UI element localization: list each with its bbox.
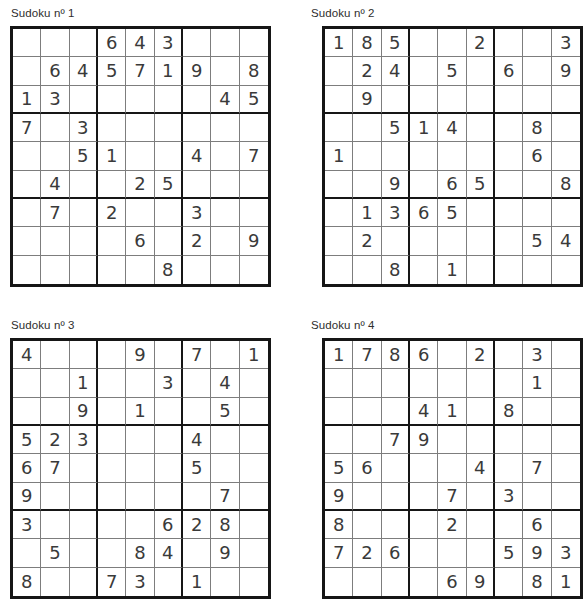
cell-r2c8[interactable] <box>211 57 239 85</box>
cell-r3c9[interactable] <box>240 398 268 426</box>
cell-r9c7[interactable] <box>495 568 523 596</box>
cell-r9c7[interactable] <box>495 256 523 284</box>
cell-r7c3: 3 <box>382 199 410 227</box>
cell-r4c2: 2 <box>41 426 69 454</box>
cell-r9c1: 8 <box>13 568 41 596</box>
cell-r6c3[interactable] <box>382 483 410 511</box>
cell-r5c8[interactable] <box>211 454 239 482</box>
cell-r6c8[interactable] <box>523 483 551 511</box>
puzzle-3: Sudoku nº 3 4971134915523467597362858498… <box>10 318 284 599</box>
cell-r7c2[interactable] <box>41 511 69 539</box>
cell-r3c7[interactable] <box>495 86 523 114</box>
cell-r5c6: 4 <box>467 454 495 482</box>
cell-r8c6: 4 <box>155 539 183 567</box>
cell-r2c5[interactable] <box>438 369 466 397</box>
cell-r3c5[interactable] <box>126 86 154 114</box>
cell-r8c6[interactable] <box>467 539 495 567</box>
cell-r6c9[interactable] <box>240 483 268 511</box>
cell-r9c8[interactable] <box>211 256 239 284</box>
cell-r2c4[interactable] <box>98 369 126 397</box>
cell-r4c5[interactable] <box>126 426 154 454</box>
cell-r2c3: 4 <box>70 57 98 85</box>
cell-r6c6: 5 <box>467 171 495 199</box>
cell-r9c5[interactable] <box>126 256 154 284</box>
cell-r1c1: 1 <box>325 29 353 57</box>
cell-r6c2[interactable] <box>353 171 381 199</box>
cell-r4c1: 7 <box>13 114 41 142</box>
cell-r2c5: 7 <box>126 57 154 85</box>
cell-r2c3[interactable] <box>382 369 410 397</box>
cell-r7c1[interactable] <box>13 199 41 227</box>
cell-r8c3[interactable] <box>70 227 98 255</box>
cell-r3c9: 5 <box>240 86 268 114</box>
cell-r5c4[interactable] <box>410 454 438 482</box>
cell-r6c4[interactable] <box>98 171 126 199</box>
cell-r2c8[interactable] <box>523 57 551 85</box>
cell-r8c8[interactable] <box>211 227 239 255</box>
cell-r2c2: 2 <box>353 57 381 85</box>
cell-r1c4: 6 <box>410 341 438 369</box>
cell-r2c2[interactable] <box>41 369 69 397</box>
cell-r6c6[interactable] <box>155 483 183 511</box>
cell-r7c3[interactable] <box>70 199 98 227</box>
cell-r1c2[interactable] <box>41 341 69 369</box>
cell-r5c5[interactable] <box>126 142 154 170</box>
cell-r5c1[interactable] <box>13 142 41 170</box>
cell-r6c3[interactable] <box>70 483 98 511</box>
cell-r9c2[interactable] <box>41 568 69 596</box>
cell-r9c9: 1 <box>552 568 580 596</box>
cell-r2c6[interactable] <box>467 57 495 85</box>
cell-r6c7[interactable] <box>495 171 523 199</box>
cell-r3c1[interactable] <box>13 398 41 426</box>
cell-r8c8: 9 <box>523 539 551 567</box>
cell-r6c5: 2 <box>126 171 154 199</box>
cell-r5c6[interactable] <box>155 142 183 170</box>
cell-r4c4: 9 <box>410 426 438 454</box>
cell-r7c6: 6 <box>155 511 183 539</box>
cell-r8c6[interactable] <box>155 227 183 255</box>
cell-r9c4: 7 <box>98 568 126 596</box>
cell-r7c7: 3 <box>183 199 211 227</box>
cell-r4c6[interactable] <box>467 114 495 142</box>
cell-r1c9[interactable] <box>552 341 580 369</box>
cell-r1c7: 7 <box>183 341 211 369</box>
cell-r3c7[interactable] <box>183 398 211 426</box>
cell-r7c6[interactable] <box>467 199 495 227</box>
cell-r8c4[interactable] <box>410 227 438 255</box>
cell-r2c6[interactable] <box>467 369 495 397</box>
cell-r6c1[interactable] <box>13 171 41 199</box>
cell-r4c2[interactable] <box>353 426 381 454</box>
cell-r7c4: 2 <box>98 199 126 227</box>
cell-r3c3[interactable] <box>382 398 410 426</box>
cell-r9c8[interactable] <box>211 568 239 596</box>
cell-r6c7: 3 <box>495 483 523 511</box>
cell-r4c6[interactable] <box>155 426 183 454</box>
cell-r7c8: 8 <box>211 511 239 539</box>
cell-r9c6[interactable] <box>155 568 183 596</box>
cell-r5c8: 7 <box>523 454 551 482</box>
cell-r8c2[interactable] <box>41 227 69 255</box>
cell-r4c7[interactable] <box>495 114 523 142</box>
cell-r3c3: 9 <box>70 398 98 426</box>
cell-r4c3: 7 <box>382 426 410 454</box>
cell-r4c8[interactable] <box>211 426 239 454</box>
cell-r9c2[interactable] <box>353 568 381 596</box>
cell-r1c6: 3 <box>155 29 183 57</box>
cell-r6c4[interactable] <box>410 483 438 511</box>
cell-r1c3[interactable] <box>70 29 98 57</box>
cell-r3c2[interactable] <box>41 398 69 426</box>
cell-r4c8[interactable] <box>211 114 239 142</box>
cell-r6c2[interactable] <box>41 483 69 511</box>
cell-r6c2[interactable] <box>353 483 381 511</box>
cell-r1c9: 1 <box>240 341 268 369</box>
cell-r1c6: 2 <box>467 29 495 57</box>
cell-r5c3[interactable] <box>70 454 98 482</box>
cell-r2c1[interactable] <box>13 57 41 85</box>
cell-r7c6[interactable] <box>467 511 495 539</box>
cell-r2c4[interactable] <box>410 369 438 397</box>
cell-r5c9[interactable] <box>552 454 580 482</box>
cell-r2c5: 5 <box>438 57 466 85</box>
cell-r8c9: 9 <box>240 227 268 255</box>
cell-r1c5[interactable] <box>438 29 466 57</box>
cell-r3c5[interactable] <box>438 86 466 114</box>
cell-r9c5: 3 <box>126 568 154 596</box>
cell-r3c7: 8 <box>495 398 523 426</box>
cell-r1c7[interactable] <box>495 29 523 57</box>
cell-r9c1[interactable] <box>325 568 353 596</box>
cell-r3c8: 5 <box>211 398 239 426</box>
cell-r1c1: 1 <box>325 341 353 369</box>
cell-r7c9[interactable] <box>240 511 268 539</box>
cell-r2c3: 1 <box>70 369 98 397</box>
cell-r2c6: 3 <box>155 369 183 397</box>
cell-r4c2[interactable] <box>41 114 69 142</box>
cell-r1c5: 4 <box>126 29 154 57</box>
cell-r8c7: 2 <box>183 227 211 255</box>
cell-r9c2[interactable] <box>353 256 381 284</box>
cell-r2c9: 9 <box>552 57 580 85</box>
cell-r5c6[interactable] <box>467 142 495 170</box>
cell-r6c3: 9 <box>382 171 410 199</box>
cell-r9c4[interactable] <box>410 568 438 596</box>
cell-r3c1: 1 <box>13 86 41 114</box>
cell-r6c4[interactable] <box>98 483 126 511</box>
cell-r5c8: 6 <box>523 142 551 170</box>
cell-r5c3[interactable] <box>382 454 410 482</box>
cell-r7c7: 2 <box>183 511 211 539</box>
cell-r9c9[interactable] <box>552 256 580 284</box>
cell-r8c9: 4 <box>552 227 580 255</box>
cell-r2c9[interactable] <box>552 369 580 397</box>
cell-r7c2[interactable] <box>353 511 381 539</box>
cell-r7c5: 2 <box>438 511 466 539</box>
cell-r6c8[interactable] <box>523 171 551 199</box>
cell-r5c2: 6 <box>353 454 381 482</box>
cell-r3c3[interactable] <box>382 86 410 114</box>
cell-r9c9[interactable] <box>240 256 268 284</box>
cell-r7c2: 7 <box>41 199 69 227</box>
cell-r4c8: 8 <box>523 114 551 142</box>
cell-r4c2[interactable] <box>353 114 381 142</box>
cell-r4c3: 5 <box>382 114 410 142</box>
cell-r1c4: 6 <box>98 29 126 57</box>
cell-r1c8[interactable] <box>523 29 551 57</box>
cell-r7c1[interactable] <box>325 199 353 227</box>
cell-r1c7[interactable] <box>183 29 211 57</box>
cell-r6c5: 7 <box>438 483 466 511</box>
cell-r3c4[interactable] <box>410 86 438 114</box>
cell-r1c1: 4 <box>13 341 41 369</box>
cell-r3c6[interactable] <box>467 86 495 114</box>
cell-r5c6[interactable] <box>155 454 183 482</box>
cell-r4c7: 4 <box>183 426 211 454</box>
cell-r8c5[interactable] <box>438 227 466 255</box>
cell-r4c4[interactable] <box>98 114 126 142</box>
cell-r8c8: 9 <box>211 539 239 567</box>
cell-r5c5[interactable] <box>438 142 466 170</box>
cell-r8c1[interactable] <box>13 227 41 255</box>
cell-r4c5: 4 <box>438 114 466 142</box>
cell-r3c8[interactable] <box>523 86 551 114</box>
cell-r2c9: 8 <box>240 57 268 85</box>
cell-r8c3[interactable] <box>382 227 410 255</box>
cell-r4c9[interactable] <box>552 426 580 454</box>
cell-r4c5[interactable] <box>126 114 154 142</box>
cell-r4c6[interactable] <box>467 426 495 454</box>
cell-r8c2: 5 <box>41 539 69 567</box>
puzzle-3-title: Sudoku nº 3 <box>11 318 284 332</box>
cell-r8c1: 7 <box>325 539 353 567</box>
cell-r8c3[interactable] <box>70 539 98 567</box>
cell-r4c4[interactable] <box>98 426 126 454</box>
cell-r6c5: 6 <box>438 171 466 199</box>
cell-r9c4[interactable] <box>410 256 438 284</box>
cell-r6c6[interactable] <box>467 483 495 511</box>
cell-r4c3: 3 <box>70 426 98 454</box>
cell-r4c5[interactable] <box>438 426 466 454</box>
cell-r7c4: 6 <box>410 199 438 227</box>
cell-r9c1[interactable] <box>13 256 41 284</box>
cell-r3c6[interactable] <box>155 86 183 114</box>
cell-r2c4[interactable] <box>410 57 438 85</box>
cell-r1c1[interactable] <box>13 29 41 57</box>
cell-r5c9[interactable] <box>552 142 580 170</box>
cell-r3c4[interactable] <box>98 86 126 114</box>
cell-r3c5: 1 <box>438 398 466 426</box>
cell-r9c1[interactable] <box>325 256 353 284</box>
cell-r9c4[interactable] <box>98 256 126 284</box>
cell-r8c4[interactable] <box>98 227 126 255</box>
cell-r4c6[interactable] <box>155 114 183 142</box>
cell-r9c8[interactable] <box>523 256 551 284</box>
cell-r7c3[interactable] <box>382 511 410 539</box>
cell-r1c8[interactable] <box>211 341 239 369</box>
cell-r8c1[interactable] <box>325 227 353 255</box>
cell-r5c7: 5 <box>183 454 211 482</box>
cell-r7c5[interactable] <box>126 199 154 227</box>
cell-r8c9: 3 <box>552 539 580 567</box>
cell-r2c3: 4 <box>382 57 410 85</box>
cell-r5c5[interactable] <box>438 454 466 482</box>
cell-r7c7[interactable] <box>495 199 523 227</box>
cell-r6c1: 9 <box>325 483 353 511</box>
cell-r8c7[interactable] <box>183 539 211 567</box>
cell-r4c1: 5 <box>13 426 41 454</box>
cell-r6c2: 4 <box>41 171 69 199</box>
cell-r1c4[interactable] <box>410 29 438 57</box>
cell-r7c7[interactable] <box>495 511 523 539</box>
cell-r6c1[interactable] <box>325 171 353 199</box>
cell-r2c7[interactable] <box>495 369 523 397</box>
cell-r1c9[interactable] <box>240 29 268 57</box>
cell-r7c6[interactable] <box>155 199 183 227</box>
cell-r1c2: 7 <box>353 341 381 369</box>
cell-r5c9[interactable] <box>240 454 268 482</box>
cell-r4c4: 1 <box>410 114 438 142</box>
cell-r1c6: 2 <box>467 341 495 369</box>
cell-r6c9[interactable] <box>240 171 268 199</box>
cell-r9c6[interactable] <box>467 256 495 284</box>
cell-r7c8: 6 <box>523 511 551 539</box>
cell-r6c4[interactable] <box>410 171 438 199</box>
cell-r6c7[interactable] <box>183 483 211 511</box>
sudoku-board-3: 4971134915523467597362858498731 <box>10 338 271 599</box>
cell-r8c4[interactable] <box>98 539 126 567</box>
cell-r8c8: 5 <box>523 227 551 255</box>
cell-r4c9[interactable] <box>552 114 580 142</box>
cell-r1c7[interactable] <box>495 341 523 369</box>
cell-r3c1[interactable] <box>325 86 353 114</box>
cell-r8c7[interactable] <box>495 227 523 255</box>
cell-r8c1[interactable] <box>13 539 41 567</box>
cell-r8c9[interactable] <box>240 539 268 567</box>
cell-r5c7[interactable] <box>495 454 523 482</box>
cell-r3c6[interactable] <box>155 398 183 426</box>
cell-r3c7[interactable] <box>183 86 211 114</box>
cell-r1c4[interactable] <box>98 341 126 369</box>
cell-r3c6[interactable] <box>467 398 495 426</box>
cell-r7c4[interactable] <box>98 511 126 539</box>
cell-r2c7: 9 <box>183 57 211 85</box>
cell-r7c5[interactable] <box>126 511 154 539</box>
cell-r5c4[interactable] <box>410 142 438 170</box>
cell-r5c1: 5 <box>325 454 353 482</box>
cell-r5c2: 7 <box>41 454 69 482</box>
cell-r3c3[interactable] <box>70 86 98 114</box>
cell-r4c9[interactable] <box>240 426 268 454</box>
cell-r7c1: 3 <box>13 511 41 539</box>
cell-r6c8[interactable] <box>211 171 239 199</box>
cell-r2c7: 6 <box>495 57 523 85</box>
cell-r7c3[interactable] <box>70 511 98 539</box>
cell-r9c2[interactable] <box>41 256 69 284</box>
cell-r5c3[interactable] <box>382 142 410 170</box>
cell-r8c5: 8 <box>126 539 154 567</box>
cell-r4c8[interactable] <box>523 426 551 454</box>
puzzle-4: Sudoku nº 4 1786231418795647973826726593… <box>310 318 584 599</box>
puzzle-1: Sudoku nº 1 6436457198134573514742572362… <box>10 6 284 287</box>
cell-r7c9[interactable] <box>552 199 580 227</box>
cell-r7c9[interactable] <box>240 199 268 227</box>
cell-r8c4[interactable] <box>410 539 438 567</box>
cell-r3c2[interactable] <box>353 398 381 426</box>
sudoku-board-4: 17862314187956479738267265936981 <box>322 338 583 599</box>
cell-r8c5[interactable] <box>438 539 466 567</box>
cell-r2c2[interactable] <box>353 369 381 397</box>
cell-r3c9[interactable] <box>552 398 580 426</box>
cell-r1c2[interactable] <box>41 29 69 57</box>
cell-r9c3[interactable] <box>382 568 410 596</box>
cell-r6c9: 8 <box>552 171 580 199</box>
cell-r7c5: 5 <box>438 199 466 227</box>
cell-r5c4: 1 <box>98 142 126 170</box>
cell-r1c5: 9 <box>126 341 154 369</box>
cell-r9c7[interactable] <box>183 256 211 284</box>
cell-r5c2[interactable] <box>41 142 69 170</box>
cell-r2c6: 1 <box>155 57 183 85</box>
cell-r8c2: 2 <box>353 227 381 255</box>
cell-r4c7[interactable] <box>495 426 523 454</box>
cell-r5c4[interactable] <box>98 454 126 482</box>
cell-r6c9[interactable] <box>552 483 580 511</box>
cell-r4c1[interactable] <box>325 114 353 142</box>
cell-r9c9[interactable] <box>240 568 268 596</box>
cell-r6c5[interactable] <box>126 483 154 511</box>
cell-r5c2[interactable] <box>353 142 381 170</box>
cell-r5c5[interactable] <box>126 454 154 482</box>
cell-r1c6[interactable] <box>155 341 183 369</box>
cell-r4c7[interactable] <box>183 114 211 142</box>
cell-r2c1[interactable] <box>325 57 353 85</box>
cell-r3c1[interactable] <box>325 398 353 426</box>
puzzle-2: Sudoku nº 2 1852324569951481696581365254… <box>310 6 584 287</box>
cell-r6c3[interactable] <box>70 171 98 199</box>
cell-r2c9[interactable] <box>240 369 268 397</box>
cell-r9c6: 8 <box>155 256 183 284</box>
cell-r4c9[interactable] <box>240 114 268 142</box>
cell-r1c5[interactable] <box>438 341 466 369</box>
cell-r6c7[interactable] <box>183 171 211 199</box>
puzzle-1-title: Sudoku nº 1 <box>11 6 284 20</box>
cell-r9c3[interactable] <box>70 568 98 596</box>
sudoku-board-1: 643645719813457351474257236298 <box>10 26 271 287</box>
cell-r1c8[interactable] <box>211 29 239 57</box>
cell-r8c6[interactable] <box>467 227 495 255</box>
cell-r9c3[interactable] <box>70 256 98 284</box>
cell-r7c9[interactable] <box>552 511 580 539</box>
cell-r2c5[interactable] <box>126 369 154 397</box>
cell-r4c1[interactable] <box>325 426 353 454</box>
cell-r2c1[interactable] <box>13 369 41 397</box>
cell-r1c3[interactable] <box>70 341 98 369</box>
cell-r2c1[interactable] <box>325 369 353 397</box>
cell-r5c8[interactable] <box>211 142 239 170</box>
cell-r5c1: 1 <box>325 142 353 170</box>
cell-r3c4[interactable] <box>98 398 126 426</box>
cell-r7c4[interactable] <box>410 511 438 539</box>
cell-r2c7[interactable] <box>183 369 211 397</box>
cell-r7c8[interactable] <box>523 199 551 227</box>
cell-r7c8[interactable] <box>211 199 239 227</box>
cell-r9c5: 1 <box>438 256 466 284</box>
cell-r5c7[interactable] <box>495 142 523 170</box>
cell-r3c8[interactable] <box>523 398 551 426</box>
cell-r3c9[interactable] <box>552 86 580 114</box>
